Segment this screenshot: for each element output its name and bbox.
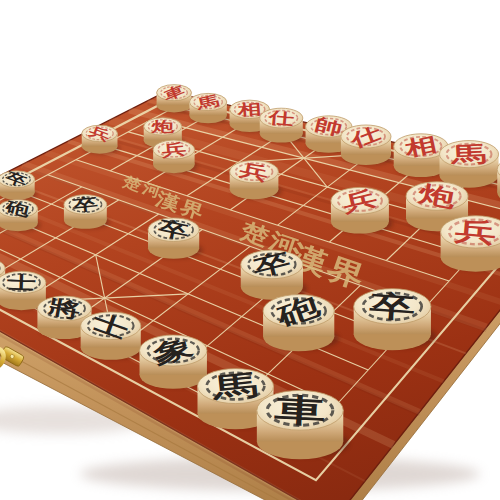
piece-glyph-black-soldier: 卒 (367, 289, 416, 325)
piece-black-soldier: 卒 (64, 194, 110, 229)
xiangqi-scene: 楚河漢界楚河漢界 車馬相仕炮帥兵仕兵相馬兵卒車炮卒兵砲車卒兵馬象卒士將卒砲士象馬… (0, 0, 500, 500)
piece-black-soldier: 卒 (354, 289, 437, 351)
piece-glyph-black-horse: 馬 (209, 368, 259, 406)
piece-glyph-red-horse: 馬 (450, 141, 487, 168)
piece-red-soldier: 兵 (153, 140, 197, 174)
piece-glyph-red-elephant: 相 (236, 100, 262, 119)
piece-glyph-red-advisor: 仕 (267, 108, 296, 129)
xiangqi-product-photo: 楚河漢界楚河漢界 車馬相仕炮帥兵仕兵相馬兵卒車炮卒兵砲車卒兵馬象卒士將卒砲士象馬… (0, 0, 500, 500)
piece-red-advisor: 仕 (260, 108, 306, 143)
piece-red-horse: 馬 (439, 141, 500, 188)
piece-glyph-red-soldier: 兵 (453, 215, 498, 248)
piece-glyph-black-advisor: 士 (7, 272, 37, 294)
piece-glyph-black-soldier: 卒 (71, 194, 99, 215)
piece-red-soldier: 兵 (441, 215, 500, 272)
piece-black-chariot: 車 (257, 390, 349, 459)
piece-glyph-black-chariot: 車 (272, 391, 326, 430)
piece-glyph-red-soldier: 兵 (160, 140, 188, 160)
piece-glyph-red-cannon: 炮 (150, 118, 174, 134)
